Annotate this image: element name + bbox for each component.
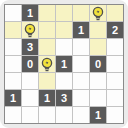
wall-clue-number: 3 [61,93,67,104]
wall-clue-number: 2 [112,25,118,36]
lit-cell-r1c5[interactable] [73,5,89,21]
empty-cell-r4c1[interactable] [5,56,21,72]
lit-cell-r3c3[interactable] [39,39,55,55]
empty-cell-r3c5[interactable] [73,39,89,55]
lit-cell-r2c3[interactable] [39,22,55,38]
empty-cell-r7c5[interactable] [73,107,89,123]
bulb-cell-r4c3[interactable] [39,56,55,72]
bulb-icon [91,6,105,21]
wall-cell-r1c2: 1 [22,5,38,21]
empty-cell-r6c2[interactable] [22,90,38,106]
wall-cell-r7c6: 1 [90,107,106,123]
empty-cell-r4c7[interactable] [107,56,123,72]
empty-cell-r7c7[interactable] [107,107,123,123]
empty-cell-r3c4[interactable] [56,39,72,55]
lit-cell-r1c7[interactable] [107,5,123,21]
wall-clue-number: 1 [44,93,50,104]
empty-cell-r5c7[interactable] [107,73,123,89]
wall-cell-r2c7: 2 [107,22,123,38]
empty-cell-r5c6[interactable] [90,73,106,89]
empty-cell-r6c7[interactable] [107,90,123,106]
puzzle-frame: 11230101131 [0,0,128,128]
empty-cell-r4c5[interactable] [73,56,89,72]
wall-clue-number: 1 [61,59,67,70]
empty-cell-r5c1[interactable] [5,73,21,89]
wall-cell-r4c4: 1 [56,56,72,72]
wall-clue-number: 0 [95,59,101,70]
bulb-cell-r2c2[interactable] [22,22,38,38]
akari-board: 11230101131 [4,4,124,124]
empty-cell-r1c1[interactable] [5,5,21,21]
bulb-icon [40,57,54,72]
wall-clue-number: 1 [10,93,16,104]
empty-cell-r7c1[interactable] [5,107,21,123]
bulb-icon [23,23,37,38]
wall-cell-r2c5: 1 [73,22,89,38]
wall-cell-r4c2: 0 [22,56,38,72]
wall-clue-number: 0 [27,59,33,70]
empty-cell-r5c4[interactable] [56,73,72,89]
empty-cell-r3c1[interactable] [5,39,21,55]
wall-cell-r6c3: 1 [39,90,55,106]
lit-cell-r2c4[interactable] [56,22,72,38]
wall-clue-number: 1 [27,8,33,19]
lit-cell-r3c6[interactable] [90,39,106,55]
lit-cell-r2c1[interactable] [5,22,21,38]
wall-cell-r6c4: 3 [56,90,72,106]
empty-cell-r7c2[interactable] [22,107,38,123]
empty-cell-r5c2[interactable] [22,73,38,89]
wall-cell-r4c6: 0 [90,56,106,72]
wall-clue-number: 3 [27,42,33,53]
empty-cell-r7c3[interactable] [39,107,55,123]
lit-cell-r5c3[interactable] [39,73,55,89]
wall-cell-r6c1: 1 [5,90,21,106]
wall-clue-number: 1 [78,25,84,36]
bulb-cell-r1c6[interactable] [90,5,106,21]
lit-cell-r1c4[interactable] [56,5,72,21]
wall-cell-r3c2: 3 [22,39,38,55]
empty-cell-r3c7[interactable] [107,39,123,55]
empty-cell-r6c5[interactable] [73,90,89,106]
empty-cell-r5c5[interactable] [73,73,89,89]
empty-cell-r6c6[interactable] [90,90,106,106]
wall-clue-number: 1 [95,110,101,121]
empty-cell-r7c4[interactable] [56,107,72,123]
lit-cell-r2c6[interactable] [90,22,106,38]
lit-cell-r1c3[interactable] [39,5,55,21]
